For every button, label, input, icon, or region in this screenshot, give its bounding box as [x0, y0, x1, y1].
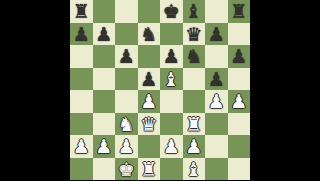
- square-b1[interactable]: [93, 158, 116, 181]
- square-b3[interactable]: [93, 113, 116, 136]
- square-e3[interactable]: [160, 113, 183, 136]
- square-c7[interactable]: [115, 23, 138, 46]
- white-pawn: ♟: [185, 135, 202, 157]
- square-c1[interactable]: ♚: [115, 158, 138, 181]
- black-pawn: ♟: [230, 45, 247, 67]
- black-pawn: ♟: [95, 23, 112, 45]
- square-a2[interactable]: ♟: [70, 135, 93, 158]
- white-pawn: ♟: [73, 135, 90, 157]
- square-b4[interactable]: [93, 90, 116, 113]
- black-pawn: ♟: [140, 68, 157, 90]
- square-c5[interactable]: [115, 68, 138, 91]
- letterbox-left: [0, 0, 70, 180]
- square-h1[interactable]: [228, 158, 251, 181]
- square-d3[interactable]: ♛: [138, 113, 161, 136]
- square-c4[interactable]: [115, 90, 138, 113]
- square-a7[interactable]: ♟: [70, 23, 93, 46]
- square-g1[interactable]: [205, 158, 228, 181]
- square-b8[interactable]: [93, 0, 116, 23]
- square-d2[interactable]: [138, 135, 161, 158]
- black-bishop: ♝: [185, 0, 202, 22]
- square-a3[interactable]: [70, 113, 93, 136]
- black-pawn: ♟: [73, 23, 90, 45]
- white-bishop: ♝: [163, 68, 180, 90]
- white-pawn: ♟: [118, 135, 135, 157]
- square-g2[interactable]: [205, 135, 228, 158]
- square-d4[interactable]: ♟: [138, 90, 161, 113]
- chess-board: ♜♚♝♜♟♟♞♛♟♟♟♞♟♟♝♟♟♟♟♞♛♜♟♟♟♟♟♚♜♝: [70, 0, 250, 180]
- white-queen: ♛: [140, 113, 157, 135]
- square-h7[interactable]: [228, 23, 251, 46]
- white-king: ♚: [118, 158, 135, 180]
- square-c8[interactable]: [115, 0, 138, 23]
- square-f8[interactable]: ♝: [183, 0, 206, 23]
- white-knight: ♞: [118, 113, 135, 135]
- white-pawn: ♟: [230, 90, 247, 112]
- chess-app-viewport: ♜♚♝♜♟♟♞♛♟♟♟♞♟♟♝♟♟♟♟♞♛♜♟♟♟♟♟♚♜♝: [0, 0, 320, 180]
- square-c6[interactable]: ♟: [115, 45, 138, 68]
- black-knight: ♞: [185, 45, 202, 67]
- square-e4[interactable]: [160, 90, 183, 113]
- white-bishop: ♝: [185, 158, 202, 180]
- square-h8[interactable]: ♜: [228, 0, 251, 23]
- square-e1[interactable]: [160, 158, 183, 181]
- square-b5[interactable]: [93, 68, 116, 91]
- square-f1[interactable]: ♝: [183, 158, 206, 181]
- square-e8[interactable]: ♚: [160, 0, 183, 23]
- square-e6[interactable]: ♟: [160, 45, 183, 68]
- letterbox-right: [250, 0, 320, 180]
- square-e7[interactable]: [160, 23, 183, 46]
- square-h6[interactable]: ♟: [228, 45, 251, 68]
- white-pawn: ♟: [95, 135, 112, 157]
- square-g8[interactable]: [205, 0, 228, 23]
- square-e2[interactable]: ♟: [160, 135, 183, 158]
- black-rook: ♜: [230, 0, 247, 22]
- square-a1[interactable]: [70, 158, 93, 181]
- square-f4[interactable]: [183, 90, 206, 113]
- square-e5[interactable]: ♝: [160, 68, 183, 91]
- square-g4[interactable]: ♟: [205, 90, 228, 113]
- square-h5[interactable]: [228, 68, 251, 91]
- black-pawn: ♟: [118, 45, 135, 67]
- square-g6[interactable]: [205, 45, 228, 68]
- black-rook: ♜: [73, 0, 90, 22]
- square-a8[interactable]: ♜: [70, 0, 93, 23]
- square-c2[interactable]: ♟: [115, 135, 138, 158]
- square-d8[interactable]: [138, 0, 161, 23]
- square-d1[interactable]: ♜: [138, 158, 161, 181]
- square-b6[interactable]: [93, 45, 116, 68]
- black-pawn: ♟: [208, 68, 225, 90]
- square-a6[interactable]: [70, 45, 93, 68]
- square-f2[interactable]: ♟: [183, 135, 206, 158]
- square-d7[interactable]: ♞: [138, 23, 161, 46]
- square-c3[interactable]: ♞: [115, 113, 138, 136]
- black-pawn: ♟: [208, 23, 225, 45]
- white-rook: ♜: [185, 113, 202, 135]
- black-queen: ♛: [185, 23, 202, 45]
- square-d5[interactable]: ♟: [138, 68, 161, 91]
- white-pawn: ♟: [140, 90, 157, 112]
- square-g7[interactable]: ♟: [205, 23, 228, 46]
- square-h2[interactable]: [228, 135, 251, 158]
- white-rook: ♜: [140, 158, 157, 180]
- square-b7[interactable]: ♟: [93, 23, 116, 46]
- square-f5[interactable]: [183, 68, 206, 91]
- black-king: ♚: [163, 0, 180, 22]
- square-h3[interactable]: [228, 113, 251, 136]
- square-f7[interactable]: ♛: [183, 23, 206, 46]
- square-f6[interactable]: ♞: [183, 45, 206, 68]
- square-d6[interactable]: [138, 45, 161, 68]
- square-g3[interactable]: [205, 113, 228, 136]
- square-b2[interactable]: ♟: [93, 135, 116, 158]
- square-a5[interactable]: [70, 68, 93, 91]
- square-h4[interactable]: ♟: [228, 90, 251, 113]
- black-knight: ♞: [140, 23, 157, 45]
- square-g5[interactable]: ♟: [205, 68, 228, 91]
- black-pawn: ♟: [163, 45, 180, 67]
- square-a4[interactable]: [70, 90, 93, 113]
- square-f3[interactable]: ♜: [183, 113, 206, 136]
- white-pawn: ♟: [163, 135, 180, 157]
- white-pawn: ♟: [208, 90, 225, 112]
